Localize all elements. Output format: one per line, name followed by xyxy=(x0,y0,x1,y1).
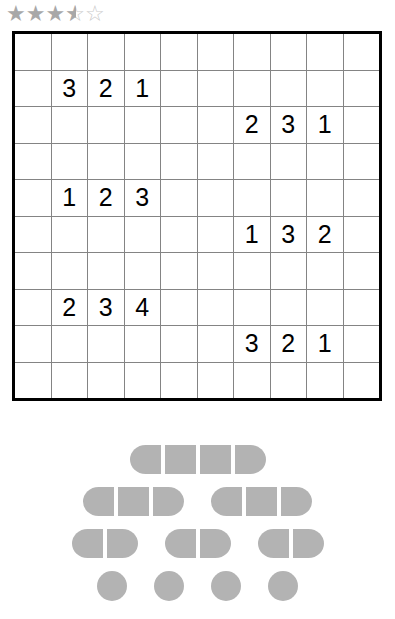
cell-r5c4: 3 xyxy=(125,180,161,216)
star-half-fill: ★ xyxy=(65,3,76,25)
ship-2-icon xyxy=(72,529,138,558)
cell-r1c5[interactable] xyxy=(161,34,197,70)
cell-r1c6[interactable] xyxy=(198,34,234,70)
ship-segment xyxy=(118,487,149,516)
cell-r8c2: 2 xyxy=(52,290,88,326)
ship-segment xyxy=(200,445,231,474)
cell-r2c6[interactable] xyxy=(198,71,234,107)
fleet-row-size-3 xyxy=(83,487,312,516)
cell-r2c4: 1 xyxy=(125,71,161,107)
ship-1-icon xyxy=(97,571,127,601)
cell-r10c8[interactable] xyxy=(271,363,307,399)
cell-r5c10[interactable] xyxy=(344,180,380,216)
star-full-icon: ★ xyxy=(6,3,26,25)
cell-r9c4[interactable] xyxy=(125,326,161,362)
cell-r7c3[interactable] xyxy=(88,253,124,289)
cell-r8c9[interactable] xyxy=(307,290,343,326)
cell-r1c9[interactable] xyxy=(307,34,343,70)
ship-segment xyxy=(268,571,298,601)
cell-r6c4[interactable] xyxy=(125,217,161,253)
ship-segment xyxy=(72,529,103,558)
cell-r8c6[interactable] xyxy=(198,290,234,326)
cell-r2c9[interactable] xyxy=(307,71,343,107)
cell-r3c6[interactable] xyxy=(198,107,234,143)
cell-r5c3: 2 xyxy=(88,180,124,216)
cell-r10c5[interactable] xyxy=(161,363,197,399)
ship-segment xyxy=(97,571,127,601)
cell-r9c1[interactable] xyxy=(15,326,51,362)
star-full-icon: ★ xyxy=(26,3,46,25)
cell-r6c3[interactable] xyxy=(88,217,124,253)
cell-r4c8[interactable] xyxy=(271,144,307,180)
ship-segment xyxy=(130,445,161,474)
cell-r2c7[interactable] xyxy=(234,71,270,107)
cell-r7c4[interactable] xyxy=(125,253,161,289)
cell-r8c10[interactable] xyxy=(344,290,380,326)
ship-segment xyxy=(281,487,312,516)
cell-r7c2[interactable] xyxy=(52,253,88,289)
cell-r5c5[interactable] xyxy=(161,180,197,216)
cell-r1c3[interactable] xyxy=(88,34,124,70)
ship-segment xyxy=(258,529,289,558)
cell-r4c2[interactable] xyxy=(52,144,88,180)
ship-segment xyxy=(211,571,241,601)
cell-r7c9[interactable] xyxy=(307,253,343,289)
cell-r4c6[interactable] xyxy=(198,144,234,180)
cell-r4c10[interactable] xyxy=(344,144,380,180)
cell-r10c4[interactable] xyxy=(125,363,161,399)
cell-r3c2[interactable] xyxy=(52,107,88,143)
cell-r7c8[interactable] xyxy=(271,253,307,289)
cell-r1c2[interactable] xyxy=(52,34,88,70)
cell-r3c1[interactable] xyxy=(15,107,51,143)
cell-r6c5[interactable] xyxy=(161,217,197,253)
cell-r6c10[interactable] xyxy=(344,217,380,253)
cell-r5c8[interactable] xyxy=(271,180,307,216)
ship-segment xyxy=(235,445,266,474)
cell-r4c4[interactable] xyxy=(125,144,161,180)
cell-r5c9[interactable] xyxy=(307,180,343,216)
ship-segment xyxy=(200,529,231,558)
fleet-row-size-2 xyxy=(72,529,324,558)
page: { "game": "battleships (minesweeper-styl… xyxy=(0,0,395,619)
ship-segment xyxy=(165,445,196,474)
ship-2-icon xyxy=(258,529,324,558)
cell-r2c5[interactable] xyxy=(161,71,197,107)
cell-r9c3[interactable] xyxy=(88,326,124,362)
ship-1-icon xyxy=(211,571,241,601)
cell-r2c2: 3 xyxy=(52,71,88,107)
cell-r8c7[interactable] xyxy=(234,290,270,326)
cell-r7c10[interactable] xyxy=(344,253,380,289)
cell-r10c9[interactable] xyxy=(307,363,343,399)
fleet-row-size-4 xyxy=(130,445,266,474)
cell-r1c4[interactable] xyxy=(125,34,161,70)
ship-segment xyxy=(165,529,196,558)
cell-r5c6[interactable] xyxy=(198,180,234,216)
cell-r1c7[interactable] xyxy=(234,34,270,70)
fleet-legend xyxy=(0,445,395,600)
puzzle-board: 321231123132234321 xyxy=(12,31,382,401)
cell-r3c8: 3 xyxy=(271,107,307,143)
cell-r5c2: 1 xyxy=(52,180,88,216)
fleet-row-size-1 xyxy=(97,571,298,600)
ship-segment xyxy=(246,487,277,516)
cell-r6c7: 1 xyxy=(234,217,270,253)
difficulty-rating: ★★★☆★☆ xyxy=(6,3,105,25)
cell-r7c7[interactable] xyxy=(234,253,270,289)
ship-segment xyxy=(83,487,114,516)
cell-r4c9[interactable] xyxy=(307,144,343,180)
cell-r6c1[interactable] xyxy=(15,217,51,253)
ship-1-icon xyxy=(154,571,184,601)
cell-r10c6[interactable] xyxy=(198,363,234,399)
cell-r5c1[interactable] xyxy=(15,180,51,216)
cell-r9c8: 2 xyxy=(271,326,307,362)
cell-r10c1[interactable] xyxy=(15,363,51,399)
cell-r4c5[interactable] xyxy=(161,144,197,180)
star-empty-icon: ☆ xyxy=(85,3,105,25)
cell-r5c7[interactable] xyxy=(234,180,270,216)
cell-r3c7: 2 xyxy=(234,107,270,143)
cell-r10c10[interactable] xyxy=(344,363,380,399)
cell-r3c9: 1 xyxy=(307,107,343,143)
cell-r10c3[interactable] xyxy=(88,363,124,399)
cell-r7c1[interactable] xyxy=(15,253,51,289)
cell-r6c8: 3 xyxy=(271,217,307,253)
star-full-icon: ★ xyxy=(45,3,65,25)
cell-r9c10[interactable] xyxy=(344,326,380,362)
cell-r9c9: 1 xyxy=(307,326,343,362)
cell-r6c9: 2 xyxy=(307,217,343,253)
ship-segment xyxy=(211,487,242,516)
star-half-icon: ☆★ xyxy=(65,3,85,25)
ship-3-icon xyxy=(211,487,312,516)
cell-r10c7[interactable] xyxy=(234,363,270,399)
cell-r3c10[interactable] xyxy=(344,107,380,143)
ship-segment xyxy=(293,529,324,558)
ship-3-icon xyxy=(83,487,184,516)
cell-r8c5[interactable] xyxy=(161,290,197,326)
cell-r3c3[interactable] xyxy=(88,107,124,143)
cell-r2c8[interactable] xyxy=(271,71,307,107)
ship-4-icon xyxy=(130,445,266,474)
cell-r4c3[interactable] xyxy=(88,144,124,180)
ship-segment xyxy=(154,571,184,601)
cell-r2c3: 2 xyxy=(88,71,124,107)
cell-r9c2[interactable] xyxy=(52,326,88,362)
cell-r2c1[interactable] xyxy=(15,71,51,107)
cell-r1c10[interactable] xyxy=(344,34,380,70)
cell-r8c4: 4 xyxy=(125,290,161,326)
cell-r9c6[interactable] xyxy=(198,326,234,362)
ship-segment xyxy=(153,487,184,516)
cell-r3c5[interactable] xyxy=(161,107,197,143)
cell-r8c8[interactable] xyxy=(271,290,307,326)
ship-segment xyxy=(107,529,138,558)
cell-r10c2[interactable] xyxy=(52,363,88,399)
cell-r4c1[interactable] xyxy=(15,144,51,180)
cell-r9c7: 3 xyxy=(234,326,270,362)
cell-r1c8[interactable] xyxy=(271,34,307,70)
ship-2-icon xyxy=(165,529,231,558)
cell-r7c5[interactable] xyxy=(161,253,197,289)
cell-r9c5[interactable] xyxy=(161,326,197,362)
cell-r6c6[interactable] xyxy=(198,217,234,253)
cell-r2c10[interactable] xyxy=(344,71,380,107)
cell-r4c7[interactable] xyxy=(234,144,270,180)
cell-r3c4[interactable] xyxy=(125,107,161,143)
ship-1-icon xyxy=(268,571,298,601)
cell-r8c3: 3 xyxy=(88,290,124,326)
cell-r6c2[interactable] xyxy=(52,217,88,253)
cell-r7c6[interactable] xyxy=(198,253,234,289)
cell-r1c1[interactable] xyxy=(15,34,51,70)
cell-r8c1[interactable] xyxy=(15,290,51,326)
